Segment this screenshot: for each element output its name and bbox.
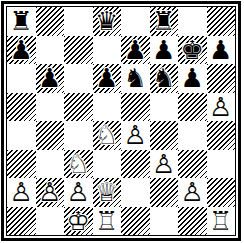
square-e8[interactable] [121,7,150,36]
square-d1[interactable]: ♜♖ [93,207,122,236]
square-c6[interactable] [64,64,93,93]
square-f1[interactable] [150,207,179,236]
white-knight: ♞♘ [93,121,122,150]
white-rook: ♜♖ [207,207,236,236]
square-f4[interactable] [150,121,179,150]
square-h7[interactable]: ♟♟ [207,36,236,65]
square-h8[interactable] [207,7,236,36]
white-queen: ♛♕ [93,178,122,207]
black-pawn: ♟♟ [207,36,236,65]
square-b2[interactable]: ♟♙ [36,178,65,207]
black-pawn: ♟♟ [150,36,179,65]
white-king: ♚♔ [64,207,93,236]
square-h4[interactable] [207,121,236,150]
square-b7[interactable] [36,36,65,65]
square-a2[interactable]: ♟♙ [7,178,36,207]
square-a3[interactable] [7,150,36,179]
square-b8[interactable] [36,7,65,36]
black-knight-glyph: ♞ [121,64,150,93]
square-a8[interactable]: ♜♜ [7,7,36,36]
square-a5[interactable] [7,93,36,122]
black-queen: ♛♛ [93,7,122,36]
square-f3[interactable]: ♟♙ [150,150,179,179]
square-a6[interactable] [7,64,36,93]
square-c1[interactable]: ♚♔ [64,207,93,236]
square-b1[interactable] [36,207,65,236]
square-g8[interactable] [178,7,207,36]
white-rook-glyph: ♖ [207,207,236,236]
black-king-glyph: ♚ [178,36,207,65]
square-d2[interactable]: ♛♕ [93,178,122,207]
black-queen-glyph: ♛ [93,7,122,36]
white-rook: ♜♖ [93,207,122,236]
square-g5[interactable] [178,93,207,122]
square-b4[interactable] [36,121,65,150]
square-h2[interactable] [207,178,236,207]
black-pawn-glyph: ♟ [93,64,122,93]
square-b5[interactable] [36,93,65,122]
square-c4[interactable] [64,121,93,150]
square-a7[interactable]: ♟♟ [7,36,36,65]
black-pawn-glyph: ♟ [7,36,36,65]
white-pawn-glyph: ♙ [207,93,236,122]
white-pawn-glyph: ♙ [150,150,179,179]
black-rook-glyph: ♜ [7,7,36,36]
white-knight: ♞♘ [64,150,93,179]
black-pawn: ♟♟ [121,36,150,65]
white-pawn: ♟♙ [64,178,93,207]
white-pawn-glyph: ♙ [178,178,207,207]
white-knight-glyph: ♘ [64,150,93,179]
square-d6[interactable]: ♟♟ [93,64,122,93]
square-h6[interactable] [207,64,236,93]
square-e7[interactable]: ♟♟ [121,36,150,65]
white-king-glyph: ♔ [64,207,93,236]
black-pawn-glyph: ♟ [207,36,236,65]
square-h1[interactable]: ♜♖ [207,207,236,236]
square-g1[interactable] [178,207,207,236]
board-frame: ♜♜♛♛♜♜♟♟♟♟♟♟♚♚♟♟♟♟♟♟♞♞♞♞♟♟♟♙♞♘♟♙♞♘♟♙♟♙♟♙… [1,1,241,241]
square-g7[interactable]: ♚♚ [178,36,207,65]
square-g4[interactable] [178,121,207,150]
square-g3[interactable] [178,150,207,179]
white-pawn: ♟♙ [7,178,36,207]
square-e6[interactable]: ♞♞ [121,64,150,93]
square-f6[interactable]: ♞♞ [150,64,179,93]
black-pawn: ♟♟ [93,64,122,93]
white-pawn: ♟♙ [36,178,65,207]
white-pawn-glyph: ♙ [36,178,65,207]
square-h3[interactable] [207,150,236,179]
square-d8[interactable]: ♛♛ [93,7,122,36]
white-pawn: ♟♙ [207,93,236,122]
chess-diagram: ♜♜♛♛♜♜♟♟♟♟♟♟♚♚♟♟♟♟♟♟♞♞♞♞♟♟♟♙♞♘♟♙♞♘♟♙♟♙♟♙… [1,1,241,241]
black-pawn: ♟♟ [178,64,207,93]
white-pawn: ♟♙ [178,178,207,207]
square-f8[interactable]: ♜♜ [150,7,179,36]
black-pawn: ♟♟ [7,36,36,65]
black-pawn: ♟♟ [36,64,65,93]
square-e5[interactable] [121,93,150,122]
black-rook-glyph: ♜ [150,7,179,36]
black-knight-glyph: ♞ [150,64,179,93]
square-f2[interactable] [150,178,179,207]
square-d7[interactable] [93,36,122,65]
square-e3[interactable] [121,150,150,179]
white-pawn: ♟♙ [150,150,179,179]
black-pawn-glyph: ♟ [121,36,150,65]
square-b6[interactable]: ♟♟ [36,64,65,93]
square-e4[interactable]: ♟♙ [121,121,150,150]
white-knight-glyph: ♘ [93,121,122,150]
white-pawn-glyph: ♙ [64,178,93,207]
black-knight: ♞♞ [121,64,150,93]
square-e1[interactable] [121,207,150,236]
square-c3[interactable]: ♞♘ [64,150,93,179]
square-f5[interactable] [150,93,179,122]
square-a1[interactable] [7,207,36,236]
black-knight: ♞♞ [150,64,179,93]
square-c2[interactable]: ♟♙ [64,178,93,207]
square-h5[interactable]: ♟♙ [207,93,236,122]
square-f7[interactable]: ♟♟ [150,36,179,65]
white-pawn-glyph: ♙ [121,121,150,150]
chess-board: ♜♜♛♛♜♜♟♟♟♟♟♟♚♚♟♟♟♟♟♟♞♞♞♞♟♟♟♙♞♘♟♙♞♘♟♙♟♙♟♙… [6,6,236,236]
square-b3[interactable] [36,150,65,179]
square-c5[interactable] [64,93,93,122]
square-d3[interactable] [93,150,122,179]
square-d5[interactable] [93,93,122,122]
square-g6[interactable]: ♟♟ [178,64,207,93]
square-e2[interactable] [121,178,150,207]
black-pawn-glyph: ♟ [178,64,207,93]
black-pawn-glyph: ♟ [150,36,179,65]
white-pawn-glyph: ♙ [7,178,36,207]
white-pawn: ♟♙ [121,121,150,150]
black-king: ♚♚ [178,36,207,65]
square-g2[interactable]: ♟♙ [178,178,207,207]
square-c8[interactable] [64,7,93,36]
square-c7[interactable] [64,36,93,65]
black-pawn-glyph: ♟ [36,64,65,93]
square-d4[interactable]: ♞♘ [93,121,122,150]
white-rook-glyph: ♖ [93,207,122,236]
white-queen-glyph: ♕ [93,178,122,207]
black-rook: ♜♜ [150,7,179,36]
square-a4[interactable] [7,121,36,150]
black-rook: ♜♜ [7,7,36,36]
